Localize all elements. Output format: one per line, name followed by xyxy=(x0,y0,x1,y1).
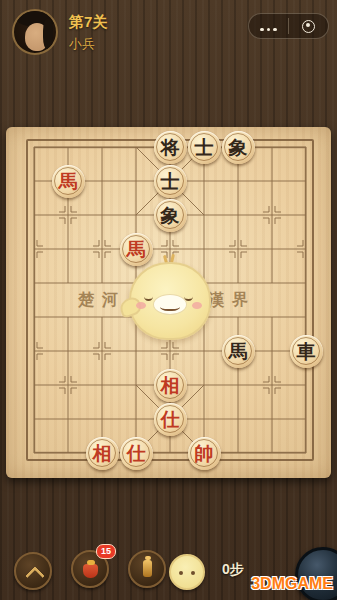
piece-character: 帥 xyxy=(195,444,214,463)
chevron-up-icon xyxy=(25,566,45,586)
rank-label: 小兵 xyxy=(69,35,95,53)
step-counter: 0步 xyxy=(222,561,244,579)
piece-character: 相 xyxy=(161,376,180,395)
mascot-blush xyxy=(136,302,146,309)
piece-red-相[interactable]: 相 xyxy=(154,369,187,402)
miniprogram-capsule xyxy=(248,13,329,39)
prop-button[interactable] xyxy=(128,550,166,588)
circle-dot-icon xyxy=(302,20,315,33)
piece-red-仕[interactable]: 仕 xyxy=(154,403,187,436)
piece-red-馬[interactable]: 馬 xyxy=(120,233,153,266)
piece-red-帥[interactable]: 帥 xyxy=(188,437,221,470)
chick-mascot xyxy=(122,252,217,347)
piece-character: 相 xyxy=(93,444,112,463)
piece-red-馬[interactable]: 馬 xyxy=(52,165,85,198)
piece-black-馬[interactable]: 馬 xyxy=(222,335,255,368)
more-button[interactable] xyxy=(249,14,288,38)
mascot-peek-button[interactable] xyxy=(169,554,205,590)
level-label: 第7关 xyxy=(69,13,107,32)
piece-red-相[interactable]: 相 xyxy=(86,437,119,470)
mascot-muzzle xyxy=(153,294,187,315)
river-label-chu: 楚河 xyxy=(78,290,126,311)
player-avatar[interactable] xyxy=(12,9,58,55)
piece-black-士[interactable]: 士 xyxy=(154,165,187,198)
piece-character: 馬 xyxy=(127,240,146,259)
exit-button[interactable] xyxy=(289,14,328,38)
piece-character: 士 xyxy=(195,138,214,157)
mascot-eye xyxy=(144,292,153,301)
watermark-3dmgame: 3DMGAME xyxy=(251,575,333,593)
piece-black-象[interactable]: 象 xyxy=(154,199,187,232)
mascot-mouth xyxy=(160,301,180,311)
piece-black-象[interactable]: 象 xyxy=(222,131,255,164)
more-icon xyxy=(258,17,278,35)
piece-black-将[interactable]: 将 xyxy=(154,131,187,164)
avatar-hair-side xyxy=(43,19,53,49)
hint-count-badge: 15 xyxy=(96,544,116,559)
piece-character: 馬 xyxy=(59,172,78,191)
piece-character: 仕 xyxy=(161,410,180,429)
piece-black-士[interactable]: 士 xyxy=(188,131,221,164)
piece-character: 将 xyxy=(161,138,180,157)
expand-menu-button[interactable] xyxy=(14,552,52,590)
piece-character: 象 xyxy=(229,138,248,157)
piece-character: 象 xyxy=(161,206,180,225)
piece-black-車[interactable]: 車 xyxy=(290,335,323,368)
piece-character: 士 xyxy=(161,172,180,191)
pouch-icon xyxy=(83,564,98,578)
mascot-blush xyxy=(192,302,202,309)
piece-character: 馬 xyxy=(229,342,248,361)
relic-icon xyxy=(143,560,152,577)
piece-character: 仕 xyxy=(127,444,146,463)
piece-red-仕[interactable]: 仕 xyxy=(120,437,153,470)
piece-character: 車 xyxy=(297,342,316,361)
